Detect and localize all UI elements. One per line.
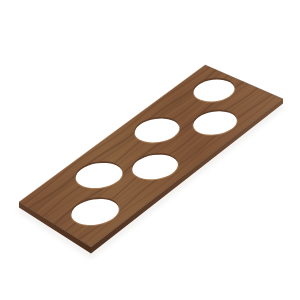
wooden-six-hole-board-photo: [0, 0, 300, 300]
product-photo-canvas: [0, 0, 300, 300]
